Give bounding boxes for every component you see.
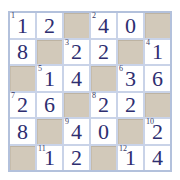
blocked-cell xyxy=(64,93,89,118)
clue-number: 2 xyxy=(92,12,96,20)
blocked-cell xyxy=(10,66,35,91)
grid-cell[interactable]: 24 xyxy=(91,13,116,38)
clue-number: 9 xyxy=(65,118,69,126)
cell-digit: 2 xyxy=(98,94,109,116)
clue-number: 1 xyxy=(11,12,15,20)
cell-digit: 3 xyxy=(125,68,136,90)
blocked-cell xyxy=(91,146,116,171)
grid-cell[interactable]: 2 xyxy=(118,93,143,118)
cell-digit: 0 xyxy=(98,121,109,143)
cell-digit: 1 xyxy=(17,15,28,37)
blocked-cell xyxy=(64,13,89,38)
blocked-cell xyxy=(10,146,35,171)
grid-cell[interactable]: 8 xyxy=(10,40,35,65)
grid-cell[interactable]: 4 xyxy=(64,66,89,91)
cell-digit: 1 xyxy=(44,68,55,90)
clue-number: 12 xyxy=(119,145,127,153)
cell-digit: 2 xyxy=(71,41,82,63)
grid-cell[interactable]: 8 xyxy=(10,119,35,144)
grid-cell[interactable]: 0 xyxy=(91,119,116,144)
grid-cell[interactable]: 121 xyxy=(118,146,143,171)
blocked-cell xyxy=(91,66,116,91)
blocked-cell xyxy=(37,40,62,65)
grid-cell[interactable]: 72 xyxy=(10,93,35,118)
cell-digit: 4 xyxy=(71,121,82,143)
cell-digit: 8 xyxy=(17,121,28,143)
blocked-cell xyxy=(118,40,143,65)
puzzle-board: 112240832241514636726822894010211121214 xyxy=(8,11,172,172)
blocked-cell xyxy=(37,119,62,144)
grid-cell[interactable]: 63 xyxy=(118,66,143,91)
grid-cell[interactable]: 0 xyxy=(118,13,143,38)
cell-digit: 6 xyxy=(152,68,163,90)
cell-digit: 2 xyxy=(71,147,82,169)
grid-cell[interactable]: 51 xyxy=(37,66,62,91)
grid-cell[interactable]: 111 xyxy=(37,146,62,171)
clue-number: 4 xyxy=(146,39,150,47)
grid-cell[interactable]: 32 xyxy=(64,40,89,65)
grid-cell[interactable]: 2 xyxy=(37,13,62,38)
clue-number: 3 xyxy=(65,39,69,47)
grid-cell[interactable]: 6 xyxy=(145,66,170,91)
clue-number: 7 xyxy=(11,92,15,100)
cell-digit: 1 xyxy=(152,41,163,63)
grid-cell[interactable]: 2 xyxy=(64,146,89,171)
clue-number: 8 xyxy=(92,92,96,100)
clue-number: 11 xyxy=(38,145,46,153)
clue-number: 5 xyxy=(38,65,42,73)
cell-digit: 6 xyxy=(44,94,55,116)
cell-digit: 4 xyxy=(71,68,82,90)
grid-cell[interactable]: 41 xyxy=(145,40,170,65)
blocked-cell xyxy=(118,119,143,144)
blocked-cell xyxy=(145,93,170,118)
cell-digit: 2 xyxy=(125,94,136,116)
puzzle-grid: 112240832241514636726822894010211121214 xyxy=(8,11,172,172)
cell-digit: 2 xyxy=(17,94,28,116)
grid-cell[interactable]: 94 xyxy=(64,119,89,144)
grid-cell[interactable]: 82 xyxy=(91,93,116,118)
grid-cell[interactable]: 4 xyxy=(145,146,170,171)
grid-cell[interactable]: 102 xyxy=(145,119,170,144)
clue-number: 10 xyxy=(146,118,154,126)
cell-digit: 8 xyxy=(17,41,28,63)
grid-cell[interactable]: 11 xyxy=(10,13,35,38)
cell-digit: 2 xyxy=(44,15,55,37)
blocked-cell xyxy=(145,13,170,38)
cell-digit: 2 xyxy=(98,41,109,63)
cell-digit: 4 xyxy=(152,147,163,169)
cell-digit: 0 xyxy=(125,15,136,37)
cell-digit: 4 xyxy=(98,15,109,37)
clue-number: 6 xyxy=(119,65,123,73)
grid-cell[interactable]: 6 xyxy=(37,93,62,118)
grid-cell[interactable]: 2 xyxy=(91,40,116,65)
